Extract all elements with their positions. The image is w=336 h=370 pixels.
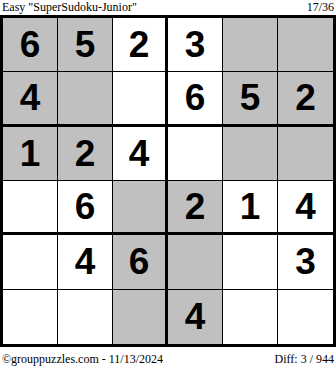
cell-r4c5[interactable]: 1 [223,181,278,235]
cell-r5c1[interactable] [3,235,58,289]
cell-r5c4[interactable] [168,235,223,289]
cell-r5c5[interactable] [223,235,278,289]
cell-r6c3[interactable] [113,290,168,344]
cell-r1c5[interactable] [223,18,278,72]
page-header: Easy "SuperSudoku-Junior" 17/36 [0,0,336,15]
cell-r2c4[interactable]: 6 [168,72,223,126]
cell-r1c1[interactable]: 6 [3,18,58,72]
cell-r2c6[interactable]: 2 [278,72,333,126]
page-footer: ©grouppuzzles.com - 11/13/2024 Diff: 3 /… [0,347,336,370]
cell-r3c6[interactable] [278,127,333,181]
cell-r6c5[interactable] [223,290,278,344]
cell-r1c2[interactable]: 5 [58,18,113,72]
cell-r2c5[interactable]: 5 [223,72,278,126]
page-counter: 17/36 [307,1,334,14]
cell-r4c4[interactable]: 2 [168,181,223,235]
copyright-text: ©grouppuzzles.com - 11/13/2024 [2,353,163,366]
cell-r3c1[interactable]: 1 [3,127,58,181]
cell-r4c3[interactable] [113,181,168,235]
puzzle-page: Easy "SuperSudoku-Junior" 17/36 65234652… [0,0,336,370]
cell-r4c2[interactable]: 6 [58,181,113,235]
cell-r2c3[interactable] [113,72,168,126]
cell-r1c3[interactable]: 2 [113,18,168,72]
cell-r6c6[interactable] [278,290,333,344]
cell-r2c2[interactable] [58,72,113,126]
cell-r3c4[interactable] [168,127,223,181]
page-title: Easy "SuperSudoku-Junior" [2,1,137,14]
cell-r3c2[interactable]: 2 [58,127,113,181]
cell-r6c2[interactable] [58,290,113,344]
cell-r4c6[interactable]: 4 [278,181,333,235]
cell-r1c6[interactable] [278,18,333,72]
cell-r4c1[interactable] [3,181,58,235]
cell-r5c6[interactable]: 3 [278,235,333,289]
cell-r5c3[interactable]: 6 [113,235,168,289]
cell-r5c2[interactable]: 4 [58,235,113,289]
cell-r3c3[interactable]: 4 [113,127,168,181]
sudoku-board: 6523465212462144634 [0,15,336,347]
cell-r6c1[interactable] [3,290,58,344]
difficulty-text: Diff: 3 / 944 [275,353,334,366]
cell-r6c4[interactable]: 4 [168,290,223,344]
cell-r2c1[interactable]: 4 [3,72,58,126]
cell-r3c5[interactable] [223,127,278,181]
cell-r1c4[interactable]: 3 [168,18,223,72]
